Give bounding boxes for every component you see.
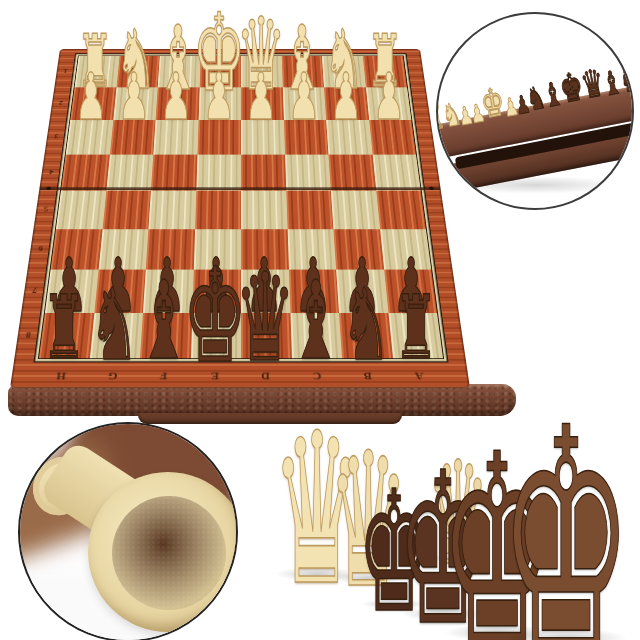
square [94,270,146,313]
square [241,87,284,120]
square [89,313,143,359]
file-labels: HGFEDCBA [35,369,446,383]
piece-shadow [275,567,359,581]
square [98,229,148,270]
file-label: D [240,369,291,383]
square [61,154,110,190]
square [148,191,195,229]
square [102,191,151,229]
piece-shadow [504,628,628,640]
square [282,87,326,120]
square [281,56,324,87]
square [333,229,383,270]
piece-shadow [361,599,428,610]
square [241,120,285,154]
square [39,313,94,359]
square [199,56,241,87]
board-case-rim [8,384,516,416]
square [376,191,426,229]
square [384,270,437,313]
square [290,313,342,359]
square [75,56,120,87]
square [241,313,292,359]
square [326,120,372,154]
square [241,270,290,313]
product-photo: HGFEDCBA 12345678 ♜♞♝♚♛♝♞♜♟♟♟♟♟♟♟♟♟♟♟♟♟♟… [0,0,640,640]
square [56,191,106,229]
square [241,191,287,229]
square [110,120,156,154]
file-label: E [189,369,240,383]
square [156,87,200,120]
board-fold-seam [39,187,441,190]
square [285,154,331,190]
square [198,87,241,120]
square [331,191,380,229]
square [151,154,197,190]
file-label: A [393,369,446,383]
hinge-screw-right [429,187,434,190]
square [362,56,407,87]
chess-board: HGFEDCBA 12345678 [10,49,470,388]
square [192,270,241,313]
square [241,154,286,190]
square [195,191,241,229]
square [153,120,198,154]
square [66,120,113,154]
square [322,56,366,87]
square [286,191,334,229]
square [45,270,98,313]
square [287,229,336,270]
brown-rook: ♜ [633,61,634,95]
piece-shadow [429,553,486,562]
square [328,154,375,190]
square [241,229,289,270]
file-label: G [86,369,138,383]
piece-shadow [331,572,405,584]
square [106,154,153,190]
square [365,87,411,120]
square [369,120,416,154]
square [143,270,193,313]
square [289,270,339,313]
piece-shadow [401,607,485,621]
square [190,313,241,359]
square [241,56,283,87]
inset-felt-base [18,422,238,640]
square [196,154,241,190]
square [324,87,369,120]
square [380,229,432,270]
square [372,154,421,190]
square [146,229,195,270]
inset-folded-case: ♜♞♟♟♚♟♟♞♝♚♛♝♞♜ [436,12,634,210]
board-grid [38,56,444,360]
file-label: B [342,369,394,383]
square [158,56,201,87]
square [388,313,443,359]
file-label: F [137,369,189,383]
piece-shadow [444,624,549,640]
square [283,120,328,154]
file-label: C [291,369,343,383]
felt-pad [112,496,226,610]
square [339,313,393,359]
square [51,229,103,270]
square [336,270,388,313]
square [116,56,160,87]
square [140,313,192,359]
board-case-latch-lip [138,413,402,424]
square [70,87,116,120]
square [113,87,158,120]
square [197,120,241,154]
file-label: H [35,369,88,383]
square [193,229,241,270]
